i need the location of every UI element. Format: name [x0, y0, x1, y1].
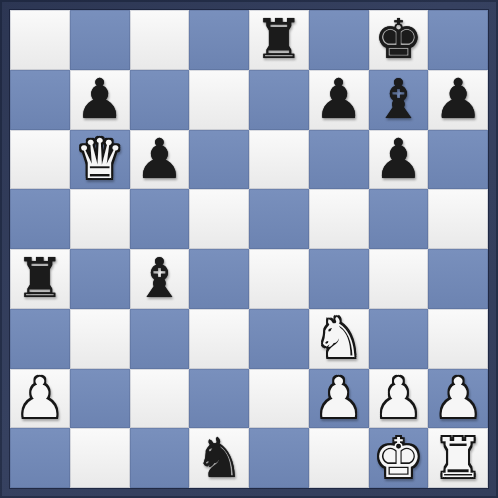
piece-white-pawn: ♟: [374, 371, 423, 426]
square-f4[interactable]: [309, 249, 369, 309]
square-b3[interactable]: [70, 309, 130, 369]
square-a5[interactable]: [10, 189, 70, 249]
piece-white-rook: ♜: [433, 431, 482, 486]
piece-black-pawn: ♟: [374, 132, 423, 187]
square-d3[interactable]: [189, 309, 249, 369]
piece-black-bishop: ♝: [374, 72, 423, 127]
square-g2[interactable]: ♟: [369, 369, 429, 429]
piece-black-rook: ♜: [254, 12, 303, 67]
square-a6[interactable]: [10, 130, 70, 190]
square-a4[interactable]: ♜: [10, 249, 70, 309]
square-b2[interactable]: [70, 369, 130, 429]
square-a2[interactable]: ♟: [10, 369, 70, 429]
square-g1[interactable]: ♚: [369, 428, 429, 488]
square-h5[interactable]: [428, 189, 488, 249]
square-g4[interactable]: [369, 249, 429, 309]
square-c3[interactable]: [130, 309, 190, 369]
square-b4[interactable]: [70, 249, 130, 309]
square-c8[interactable]: [130, 10, 190, 70]
square-h2[interactable]: ♟: [428, 369, 488, 429]
square-e8[interactable]: ♜: [249, 10, 309, 70]
piece-white-king: ♚: [374, 431, 423, 486]
piece-white-queen: ♛: [75, 132, 124, 187]
square-b8[interactable]: [70, 10, 130, 70]
square-h3[interactable]: [428, 309, 488, 369]
square-b5[interactable]: [70, 189, 130, 249]
square-e6[interactable]: [249, 130, 309, 190]
square-c1[interactable]: [130, 428, 190, 488]
square-g5[interactable]: [369, 189, 429, 249]
square-e7[interactable]: [249, 70, 309, 130]
square-f3[interactable]: ♞: [309, 309, 369, 369]
square-h8[interactable]: [428, 10, 488, 70]
square-h6[interactable]: [428, 130, 488, 190]
square-f7[interactable]: ♟: [309, 70, 369, 130]
square-d1[interactable]: ♞: [189, 428, 249, 488]
square-g7[interactable]: ♝: [369, 70, 429, 130]
piece-black-rook: ♜: [15, 251, 64, 306]
piece-black-bishop: ♝: [135, 251, 184, 306]
chess-board: ♜♚♟♟♝♟♛♟♟♜♝♞♟♟♟♟♞♚♜: [0, 0, 498, 498]
square-a1[interactable]: [10, 428, 70, 488]
square-f2[interactable]: ♟: [309, 369, 369, 429]
square-e3[interactable]: [249, 309, 309, 369]
square-h4[interactable]: [428, 249, 488, 309]
square-d8[interactable]: [189, 10, 249, 70]
square-b1[interactable]: [70, 428, 130, 488]
square-f5[interactable]: [309, 189, 369, 249]
square-d4[interactable]: [189, 249, 249, 309]
piece-black-king: ♚: [374, 12, 423, 67]
square-f8[interactable]: [309, 10, 369, 70]
square-e1[interactable]: [249, 428, 309, 488]
square-a8[interactable]: [10, 10, 70, 70]
square-h7[interactable]: ♟: [428, 70, 488, 130]
square-f6[interactable]: [309, 130, 369, 190]
square-a3[interactable]: [10, 309, 70, 369]
square-b6[interactable]: ♛: [70, 130, 130, 190]
square-c2[interactable]: [130, 369, 190, 429]
square-f1[interactable]: [309, 428, 369, 488]
square-g8[interactable]: ♚: [369, 10, 429, 70]
square-c7[interactable]: [130, 70, 190, 130]
square-h1[interactable]: ♜: [428, 428, 488, 488]
square-g6[interactable]: ♟: [369, 130, 429, 190]
piece-white-pawn: ♟: [314, 371, 363, 426]
piece-black-pawn: ♟: [135, 132, 184, 187]
square-c6[interactable]: ♟: [130, 130, 190, 190]
square-d2[interactable]: [189, 369, 249, 429]
piece-black-pawn: ♟: [75, 72, 124, 127]
square-e4[interactable]: [249, 249, 309, 309]
square-c5[interactable]: [130, 189, 190, 249]
piece-white-pawn: ♟: [433, 371, 482, 426]
square-d5[interactable]: [189, 189, 249, 249]
square-d7[interactable]: [189, 70, 249, 130]
square-g3[interactable]: [369, 309, 429, 369]
square-e5[interactable]: [249, 189, 309, 249]
piece-black-pawn: ♟: [433, 72, 482, 127]
piece-white-pawn: ♟: [15, 371, 64, 426]
piece-black-pawn: ♟: [314, 72, 363, 127]
square-e2[interactable]: [249, 369, 309, 429]
square-c4[interactable]: ♝: [130, 249, 190, 309]
square-d6[interactable]: [189, 130, 249, 190]
square-b7[interactable]: ♟: [70, 70, 130, 130]
square-a7[interactable]: [10, 70, 70, 130]
piece-white-knight: ♞: [314, 311, 363, 366]
board-grid: ♜♚♟♟♝♟♛♟♟♜♝♞♟♟♟♟♞♚♜: [10, 10, 488, 488]
piece-black-knight: ♞: [194, 431, 243, 486]
